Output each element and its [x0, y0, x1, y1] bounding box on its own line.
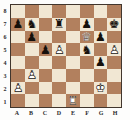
square-b8[interactable]	[25, 5, 39, 18]
square-e2[interactable]	[66, 82, 80, 95]
square-g1[interactable]	[94, 94, 108, 107]
square-a5[interactable]	[11, 43, 25, 56]
square-h1[interactable]	[107, 94, 121, 107]
square-d6[interactable]	[52, 31, 66, 44]
square-c8[interactable]	[39, 5, 53, 18]
white-queen-icon: ♛♕	[80, 31, 94, 44]
square-b3[interactable]: ♟♙	[25, 69, 39, 82]
square-a1[interactable]	[11, 94, 25, 107]
file-label-h: H	[108, 107, 122, 118]
square-e1[interactable]: ♜♖	[66, 94, 80, 107]
square-c2[interactable]	[39, 82, 53, 95]
square-b5[interactable]	[25, 43, 39, 56]
square-f8[interactable]	[80, 5, 94, 18]
white-rook-icon: ♜♖	[66, 94, 80, 107]
square-h3[interactable]	[107, 69, 121, 82]
square-g2[interactable]: ♚♔	[94, 82, 108, 95]
square-d1[interactable]	[52, 94, 66, 107]
square-e7[interactable]	[66, 18, 80, 31]
square-a6[interactable]	[11, 31, 25, 44]
square-d8[interactable]	[52, 5, 66, 18]
black-pawn-icon: ♟	[94, 31, 108, 44]
square-h6[interactable]	[107, 31, 121, 44]
file-label-c: C	[38, 107, 52, 118]
file-labels: ABCDEFGH	[10, 107, 122, 118]
square-d4[interactable]	[52, 56, 66, 69]
square-f1[interactable]	[80, 94, 94, 107]
square-c4[interactable]	[39, 56, 53, 69]
square-d7[interactable]: ♜	[52, 18, 66, 31]
square-d3[interactable]	[52, 69, 66, 82]
black-pawn-icon: ♟	[25, 31, 39, 44]
square-b2[interactable]	[25, 82, 39, 95]
file-label-e: E	[66, 107, 80, 118]
square-c1[interactable]	[39, 94, 53, 107]
file-label-a: A	[10, 107, 24, 118]
square-g6[interactable]: ♟	[94, 31, 108, 44]
black-king-icon: ♚	[107, 18, 121, 31]
square-e3[interactable]	[66, 69, 80, 82]
square-g4[interactable]: ♟	[94, 56, 108, 69]
rank-label-7: 7	[0, 17, 10, 30]
white-pawn-icon: ♟♙	[11, 82, 25, 95]
square-f7[interactable]: ♟	[80, 18, 94, 31]
white-pawn-icon: ♟♙	[52, 43, 66, 56]
square-h2[interactable]	[107, 82, 121, 95]
square-f5[interactable]: ♞	[80, 43, 94, 56]
black-pawn-icon: ♟	[80, 18, 94, 31]
rank-label-3: 3	[0, 69, 10, 82]
black-knight-icon: ♞	[25, 18, 39, 31]
square-c3[interactable]	[39, 69, 53, 82]
square-e6[interactable]	[66, 31, 80, 44]
square-e5[interactable]	[66, 43, 80, 56]
white-pawn-icon: ♟♙	[107, 43, 121, 56]
square-g5[interactable]	[94, 43, 108, 56]
rank-label-5: 5	[0, 43, 10, 56]
square-g7[interactable]	[94, 18, 108, 31]
square-a7[interactable]: ♟	[11, 18, 25, 31]
rank-labels: 87654321	[0, 4, 10, 108]
square-b4[interactable]	[25, 56, 39, 69]
rank-label-6: 6	[0, 30, 10, 43]
black-pawn-icon: ♟	[94, 56, 108, 69]
rank-label-2: 2	[0, 82, 10, 95]
square-b1[interactable]	[25, 94, 39, 107]
square-a4[interactable]	[11, 56, 25, 69]
square-a8[interactable]	[11, 5, 25, 18]
square-c5[interactable]: ♟	[39, 43, 53, 56]
chess-board: ♟♞♜♟♚♟♛♕♟♟♟♙♞♟♙♟♟♙♟♙♚♔♜♖	[10, 4, 122, 108]
square-g3[interactable]	[94, 69, 108, 82]
rank-label-8: 8	[0, 4, 10, 17]
square-h7[interactable]: ♚	[107, 18, 121, 31]
square-c7[interactable]	[39, 18, 53, 31]
square-f2[interactable]	[80, 82, 94, 95]
square-a3[interactable]	[11, 69, 25, 82]
square-e8[interactable]	[66, 5, 80, 18]
black-pawn-icon: ♟	[39, 43, 53, 56]
black-knight-icon: ♞	[80, 43, 94, 56]
square-b6[interactable]: ♟	[25, 31, 39, 44]
square-b7[interactable]: ♞	[25, 18, 39, 31]
black-rook-icon: ♜	[52, 18, 66, 31]
chess-diagram: 87654321 ♟♞♜♟♚♟♛♕♟♟♟♙♞♟♙♟♟♙♟♙♚♔♜♖ ABCDEF…	[0, 0, 130, 120]
square-h5[interactable]: ♟♙	[107, 43, 121, 56]
square-d2[interactable]	[52, 82, 66, 95]
square-e4[interactable]	[66, 56, 80, 69]
square-d5[interactable]: ♟♙	[52, 43, 66, 56]
square-f3[interactable]	[80, 69, 94, 82]
white-king-icon: ♚♔	[94, 82, 108, 95]
square-g8[interactable]	[94, 5, 108, 18]
black-pawn-icon: ♟	[11, 18, 25, 31]
square-f6[interactable]: ♛♕	[80, 31, 94, 44]
file-label-f: F	[80, 107, 94, 118]
file-label-g: G	[94, 107, 108, 118]
square-f4[interactable]	[80, 56, 94, 69]
file-label-d: D	[52, 107, 66, 118]
file-label-b: B	[24, 107, 38, 118]
rank-label-1: 1	[0, 95, 10, 108]
square-h4[interactable]	[107, 56, 121, 69]
square-c6[interactable]	[39, 31, 53, 44]
rank-label-4: 4	[0, 56, 10, 69]
white-pawn-icon: ♟♙	[25, 69, 39, 82]
square-h8[interactable]	[107, 5, 121, 18]
square-a2[interactable]: ♟♙	[11, 82, 25, 95]
